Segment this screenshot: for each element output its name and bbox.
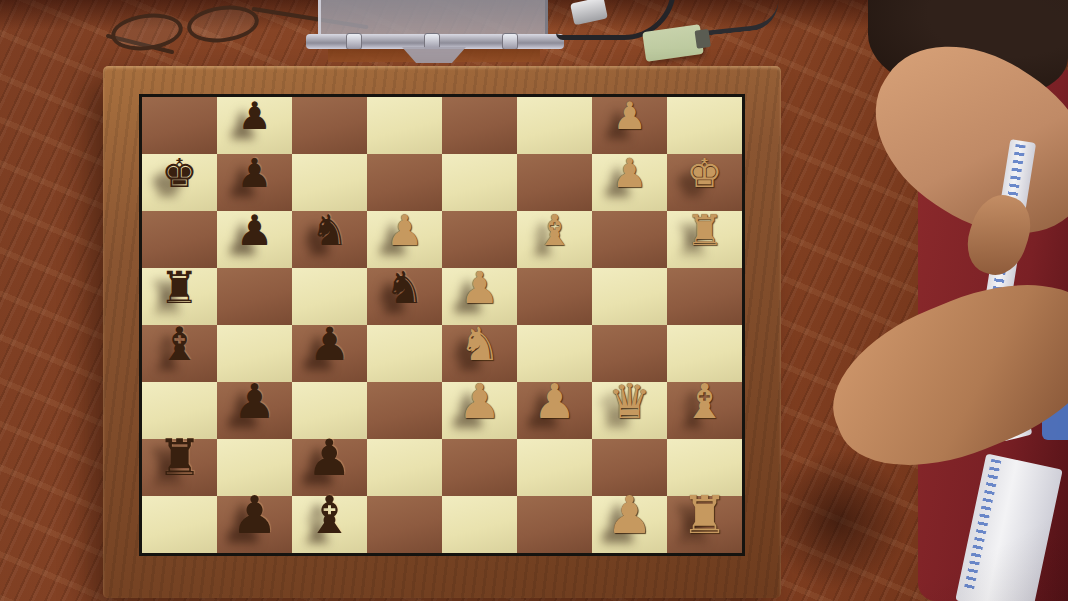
square-a8 (142, 496, 217, 553)
connector-tip (695, 29, 711, 49)
square-b4 (442, 439, 517, 496)
square-a1: ♜ (667, 496, 742, 553)
board-row-file-a: ♟♝♟♜ (142, 496, 742, 553)
square-e3 (517, 268, 592, 325)
piece-wP-c4: ♟ (442, 373, 517, 430)
square-g4 (442, 154, 517, 211)
square-a2: ♟ (592, 496, 667, 553)
square-h3 (517, 97, 592, 154)
piece-bP-d6: ♟ (292, 316, 367, 373)
square-f7: ♟ (217, 211, 292, 268)
glasses-lens-left (109, 10, 185, 55)
piece-bB-d8: ♝ (142, 316, 217, 373)
piece-bN-e5: ♞ (367, 259, 442, 316)
square-h6 (292, 97, 367, 154)
board-row-file-c: ♟♟♟♛♝ (142, 382, 742, 439)
square-a4 (442, 496, 517, 553)
square-a3 (517, 496, 592, 553)
square-c2: ♛ (592, 382, 667, 439)
reading-glasses (103, 2, 298, 60)
piece-wN-d4: ♞ (442, 316, 517, 373)
piece-bB-a6: ♝ (292, 487, 367, 544)
piece-bR-e8: ♜ (142, 259, 217, 316)
square-f2 (592, 211, 667, 268)
piece-bR-b8: ♜ (142, 430, 217, 487)
square-g2: ♟ (592, 154, 667, 211)
square-d6: ♟ (292, 325, 367, 382)
piece-bP-f7: ♟ (217, 202, 292, 259)
piece-bN-f6: ♞ (292, 202, 367, 259)
square-a6: ♝ (292, 496, 367, 553)
square-c4: ♟ (442, 382, 517, 439)
cable-thin (699, 0, 782, 36)
player (808, 0, 1068, 601)
piece-wR-f1: ♜ (667, 202, 742, 259)
square-c3: ♟ (517, 382, 592, 439)
square-b3 (517, 439, 592, 496)
piece-wR-a1: ♜ (667, 487, 742, 544)
glasses-lens-right (185, 2, 261, 47)
piece-wB-c1: ♝ (667, 373, 742, 430)
square-e2 (592, 268, 667, 325)
square-d5 (367, 325, 442, 382)
piece-wP-f5: ♟ (367, 202, 442, 259)
square-c5 (367, 382, 442, 439)
piece-bP-b6: ♟ (292, 430, 367, 487)
square-d8: ♝ (142, 325, 217, 382)
hinge-knuckle (346, 33, 362, 50)
square-f6: ♞ (292, 211, 367, 268)
piece-wP-h2: ♟ (592, 88, 667, 145)
piece-wB-f3: ♝ (517, 202, 592, 259)
piece-bK-g8: ♚ (142, 145, 217, 202)
piece-wP-g2: ♟ (592, 145, 667, 202)
piece-wP-e4: ♟ (442, 259, 517, 316)
acrylic-case (306, 0, 564, 66)
piece-wQ-c2: ♛ (592, 373, 667, 430)
square-e1 (667, 268, 742, 325)
acrylic-case-lid (318, 0, 548, 36)
square-f3: ♝ (517, 211, 592, 268)
piece-wP-c3: ♟ (517, 373, 592, 430)
square-h5 (367, 97, 442, 154)
square-h4 (442, 97, 517, 154)
square-b8: ♜ (142, 439, 217, 496)
square-e7 (217, 268, 292, 325)
piece-bP-c7: ♟ (217, 373, 292, 430)
square-a5 (367, 496, 442, 553)
chess-board-playing-area: ♟♟♚♟♟♚♟♞♟♝♜♜♞♟♝♟♞♟♟♟♛♝♜♟♟♝♟♜ (139, 94, 745, 556)
piece-wP-a2: ♟ (592, 487, 667, 544)
square-c7: ♟ (217, 382, 292, 439)
square-e5: ♞ (367, 268, 442, 325)
square-a7: ♟ (217, 496, 292, 553)
cable-connector (642, 24, 704, 62)
square-f1: ♜ (667, 211, 742, 268)
piece-bP-g7: ♟ (217, 145, 292, 202)
piece-bP-h7: ♟ (217, 88, 292, 145)
chess-board: ♟♟♚♟♟♚♟♞♟♝♜♜♞♟♝♟♞♟♟♟♛♝♜♟♟♝♟♜ (103, 66, 781, 598)
chess-board-grid: ♟♟♚♟♟♚♟♞♟♝♜♜♞♟♝♟♞♟♟♟♛♝♜♟♟♝♟♜ (142, 97, 742, 553)
piece-bP-a7: ♟ (217, 487, 292, 544)
square-b5 (367, 439, 442, 496)
piece-wK-g1: ♚ (667, 145, 742, 202)
hinge-knuckle (502, 33, 518, 50)
square-g8: ♚ (142, 154, 217, 211)
square-c1: ♝ (667, 382, 742, 439)
